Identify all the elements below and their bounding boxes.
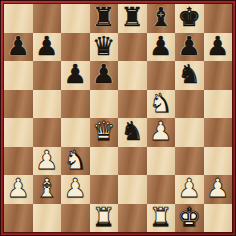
square-d3[interactable]: [90, 147, 119, 176]
square-a4[interactable]: [4, 118, 33, 147]
black-pawn[interactable]: ♟: [7, 33, 30, 59]
square-a3[interactable]: [4, 147, 33, 176]
square-e5[interactable]: [118, 90, 147, 119]
square-h1[interactable]: [204, 204, 233, 233]
square-b3[interactable]: ♟: [33, 147, 62, 176]
white-rook[interactable]: ♜: [92, 204, 115, 230]
square-b5[interactable]: [33, 90, 62, 119]
white-pawn[interactable]: ♟: [35, 147, 58, 173]
white-bishop[interactable]: ♝: [35, 175, 58, 201]
square-d7[interactable]: ♛: [90, 33, 119, 62]
square-b7[interactable]: ♟: [33, 33, 62, 62]
black-pawn[interactable]: ♟: [64, 61, 87, 87]
square-d5[interactable]: [90, 90, 119, 119]
black-king[interactable]: ♚: [178, 4, 201, 30]
white-pawn[interactable]: ♟: [7, 175, 30, 201]
square-a8[interactable]: [4, 4, 33, 33]
square-b6[interactable]: [33, 61, 62, 90]
white-pawn[interactable]: ♟: [64, 175, 87, 201]
board-frame: ♜♜♝♚♟♟♛♟♟♟♟♟♞♞♛♞♟♟♞♟♝♟♟♟♜♜♚: [0, 0, 236, 236]
black-pawn[interactable]: ♟: [35, 33, 58, 59]
square-a6[interactable]: [4, 61, 33, 90]
square-h8[interactable]: [204, 4, 233, 33]
square-g3[interactable]: [175, 147, 204, 176]
black-queen[interactable]: ♛: [92, 33, 115, 59]
square-e7[interactable]: [118, 33, 147, 62]
square-c5[interactable]: [61, 90, 90, 119]
square-c3[interactable]: ♞: [61, 147, 90, 176]
chess-board: ♜♜♝♚♟♟♛♟♟♟♟♟♞♞♛♞♟♟♞♟♝♟♟♟♜♜♚: [4, 4, 232, 232]
square-d4[interactable]: ♛: [90, 118, 119, 147]
white-pawn[interactable]: ♟: [206, 175, 229, 201]
white-rook[interactable]: ♜: [149, 204, 172, 230]
square-b2[interactable]: ♝: [33, 175, 62, 204]
square-f3[interactable]: [147, 147, 176, 176]
white-king[interactable]: ♚: [178, 204, 201, 230]
square-f6[interactable]: [147, 61, 176, 90]
square-b1[interactable]: [33, 204, 62, 233]
square-e8[interactable]: ♜: [118, 4, 147, 33]
square-a5[interactable]: [4, 90, 33, 119]
square-g2[interactable]: ♟: [175, 175, 204, 204]
square-a1[interactable]: [4, 204, 33, 233]
square-f1[interactable]: ♜: [147, 204, 176, 233]
black-knight[interactable]: ♞: [178, 61, 201, 87]
black-rook[interactable]: ♜: [121, 4, 144, 30]
black-pawn[interactable]: ♟: [206, 33, 229, 59]
square-d2[interactable]: [90, 175, 119, 204]
square-e2[interactable]: [118, 175, 147, 204]
black-pawn[interactable]: ♟: [178, 33, 201, 59]
black-pawn[interactable]: ♟: [149, 33, 172, 59]
square-g5[interactable]: [175, 90, 204, 119]
white-queen[interactable]: ♛: [92, 118, 115, 144]
square-h3[interactable]: [204, 147, 233, 176]
square-g6[interactable]: ♞: [175, 61, 204, 90]
square-c1[interactable]: [61, 204, 90, 233]
square-h7[interactable]: ♟: [204, 33, 233, 62]
square-a7[interactable]: ♟: [4, 33, 33, 62]
square-e6[interactable]: [118, 61, 147, 90]
black-bishop[interactable]: ♝: [149, 4, 172, 30]
square-h5[interactable]: [204, 90, 233, 119]
black-rook[interactable]: ♜: [92, 4, 115, 30]
square-g1[interactable]: ♚: [175, 204, 204, 233]
square-g7[interactable]: ♟: [175, 33, 204, 62]
square-f5[interactable]: ♞: [147, 90, 176, 119]
square-g4[interactable]: [175, 118, 204, 147]
square-d1[interactable]: ♜: [90, 204, 119, 233]
square-d6[interactable]: ♟: [90, 61, 119, 90]
square-c4[interactable]: [61, 118, 90, 147]
square-b4[interactable]: [33, 118, 62, 147]
square-e4[interactable]: ♞: [118, 118, 147, 147]
white-knight[interactable]: ♞: [64, 147, 87, 173]
square-c2[interactable]: ♟: [61, 175, 90, 204]
square-b8[interactable]: [33, 4, 62, 33]
white-pawn[interactable]: ♟: [149, 118, 172, 144]
square-f2[interactable]: [147, 175, 176, 204]
square-e3[interactable]: [118, 147, 147, 176]
square-h4[interactable]: [204, 118, 233, 147]
square-g8[interactable]: ♚: [175, 4, 204, 33]
black-pawn[interactable]: ♟: [92, 61, 115, 87]
square-c6[interactable]: ♟: [61, 61, 90, 90]
square-f8[interactable]: ♝: [147, 4, 176, 33]
square-f4[interactable]: ♟: [147, 118, 176, 147]
white-knight[interactable]: ♞: [149, 90, 172, 116]
square-a2[interactable]: ♟: [4, 175, 33, 204]
white-pawn[interactable]: ♟: [178, 175, 201, 201]
black-knight[interactable]: ♞: [121, 118, 144, 144]
square-h6[interactable]: [204, 61, 233, 90]
square-c7[interactable]: [61, 33, 90, 62]
square-d8[interactable]: ♜: [90, 4, 119, 33]
square-f7[interactable]: ♟: [147, 33, 176, 62]
square-h2[interactable]: ♟: [204, 175, 233, 204]
square-e1[interactable]: [118, 204, 147, 233]
square-c8[interactable]: [61, 4, 90, 33]
